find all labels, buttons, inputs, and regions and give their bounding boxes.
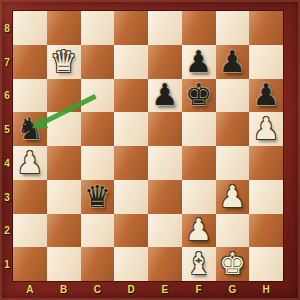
square-e4[interactable]	[148, 146, 182, 180]
square-d7[interactable]	[114, 45, 148, 79]
square-a1[interactable]	[13, 247, 47, 281]
piece-black-pawn-h6[interactable]: ♟	[249, 79, 283, 113]
square-b5[interactable]	[47, 112, 81, 146]
square-g5[interactable]	[216, 112, 250, 146]
piece-white-bishop-f1[interactable]: ♝	[182, 247, 216, 281]
square-c5[interactable]	[81, 112, 115, 146]
piece-white-king-g1[interactable]: ♚	[216, 247, 250, 281]
file-label-F: F	[196, 284, 202, 295]
square-a2[interactable]	[13, 214, 47, 248]
square-d5[interactable]	[114, 112, 148, 146]
square-c4[interactable]	[81, 146, 115, 180]
rank-label-5: 5	[4, 124, 10, 135]
square-e5[interactable]	[148, 112, 182, 146]
piece-black-queen-c3[interactable]: ♛	[81, 180, 115, 214]
square-g2[interactable]	[216, 214, 250, 248]
file-label-G: G	[228, 284, 236, 295]
rank-label-2: 2	[4, 225, 10, 236]
square-e1[interactable]	[148, 247, 182, 281]
square-b2[interactable]	[47, 214, 81, 248]
square-c1[interactable]	[81, 247, 115, 281]
square-b8[interactable]	[47, 11, 81, 45]
square-b1[interactable]	[47, 247, 81, 281]
piece-white-pawn-a4[interactable]: ♟	[13, 146, 47, 180]
rank-label-4: 4	[4, 157, 10, 168]
square-h2[interactable]	[249, 214, 283, 248]
square-e2[interactable]	[148, 214, 182, 248]
square-a6[interactable]	[13, 79, 47, 113]
chessboard-frame: 87654321 ABCDEFGH ♛♟♟♟♚♟♞♟♟♛♟♟♝♚	[0, 0, 300, 300]
square-a7[interactable]	[13, 45, 47, 79]
square-b4[interactable]	[47, 146, 81, 180]
file-label-H: H	[263, 284, 270, 295]
square-e3[interactable]	[148, 180, 182, 214]
piece-black-pawn-e6[interactable]: ♟	[148, 79, 182, 113]
square-d6[interactable]	[114, 79, 148, 113]
file-label-B: B	[60, 284, 67, 295]
piece-black-pawn-g7[interactable]: ♟	[216, 45, 250, 79]
piece-black-knight-a5[interactable]: ♞	[13, 112, 47, 146]
square-d1[interactable]	[114, 247, 148, 281]
square-c8[interactable]	[81, 11, 115, 45]
piece-white-pawn-h5[interactable]: ♟	[249, 112, 283, 146]
square-a3[interactable]	[13, 180, 47, 214]
square-a8[interactable]	[13, 11, 47, 45]
square-f8[interactable]	[182, 11, 216, 45]
rank-label-8: 8	[4, 22, 10, 33]
square-f4[interactable]	[182, 146, 216, 180]
file-label-C: C	[94, 284, 101, 295]
square-e8[interactable]	[148, 11, 182, 45]
square-c6[interactable]	[81, 79, 115, 113]
piece-white-queen-b7[interactable]: ♛	[47, 45, 81, 79]
square-d4[interactable]	[114, 146, 148, 180]
rank-label-7: 7	[4, 56, 10, 67]
rank-label-3: 3	[4, 191, 10, 202]
rank-label-6: 6	[4, 90, 10, 101]
square-d2[interactable]	[114, 214, 148, 248]
file-label-E: E	[162, 284, 169, 295]
square-d8[interactable]	[114, 11, 148, 45]
square-d3[interactable]	[114, 180, 148, 214]
piece-black-king-f6[interactable]: ♚	[182, 79, 216, 113]
file-label-D: D	[128, 284, 135, 295]
piece-white-pawn-f2[interactable]: ♟	[182, 214, 216, 248]
square-f5[interactable]	[182, 112, 216, 146]
square-h1[interactable]	[249, 247, 283, 281]
square-h3[interactable]	[249, 180, 283, 214]
square-b3[interactable]	[47, 180, 81, 214]
square-h8[interactable]	[249, 11, 283, 45]
square-g4[interactable]	[216, 146, 250, 180]
square-h4[interactable]	[249, 146, 283, 180]
square-b6[interactable]	[47, 79, 81, 113]
square-f3[interactable]	[182, 180, 216, 214]
square-h7[interactable]	[249, 45, 283, 79]
square-e7[interactable]	[148, 45, 182, 79]
square-g6[interactable]	[216, 79, 250, 113]
rank-label-1: 1	[4, 259, 10, 270]
square-c2[interactable]	[81, 214, 115, 248]
square-g8[interactable]	[216, 11, 250, 45]
square-c7[interactable]	[81, 45, 115, 79]
file-label-A: A	[26, 284, 33, 295]
piece-white-pawn-g3[interactable]: ♟	[216, 180, 250, 214]
piece-black-pawn-f7[interactable]: ♟	[182, 45, 216, 79]
